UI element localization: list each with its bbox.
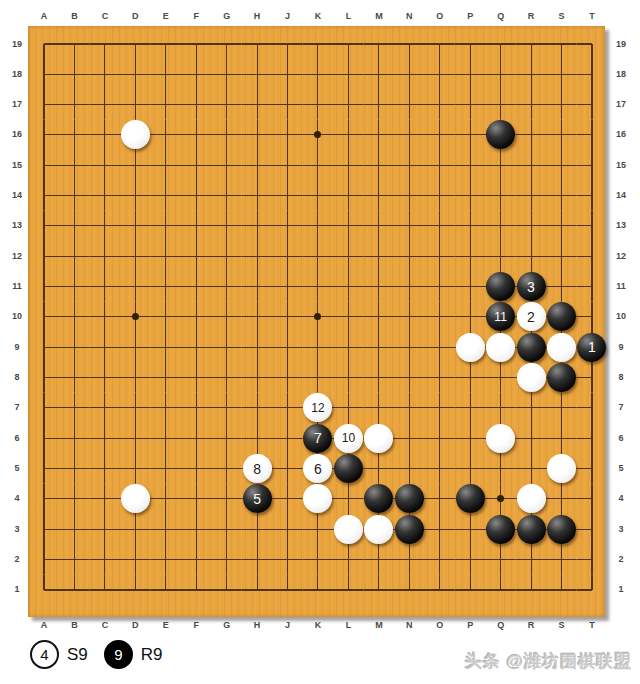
intersection-R6[interactable] [516,423,546,453]
intersection-F1[interactable] [181,575,211,605]
intersection-L10[interactable] [333,302,363,332]
intersection-S12[interactable] [546,241,576,271]
intersection-O19[interactable] [424,29,454,59]
intersection-O8[interactable] [424,362,454,392]
intersection-B12[interactable] [59,241,89,271]
intersection-F18[interactable] [181,59,211,89]
intersection-G18[interactable] [211,59,241,89]
intersection-S18[interactable] [546,59,576,89]
intersection-E1[interactable] [151,575,181,605]
intersection-H19[interactable] [242,29,272,59]
intersection-O17[interactable] [424,89,454,119]
intersection-G15[interactable] [211,150,241,180]
intersection-O11[interactable] [424,271,454,301]
intersection-Q12[interactable] [485,241,515,271]
intersection-D10[interactable] [120,302,150,332]
intersection-A17[interactable] [29,89,59,119]
intersection-P8[interactable] [455,362,485,392]
intersection-J17[interactable] [272,89,302,119]
intersection-P1[interactable] [455,575,485,605]
intersection-N13[interactable] [394,211,424,241]
intersection-T11[interactable] [577,271,607,301]
intersection-P18[interactable] [455,59,485,89]
intersection-P16[interactable] [455,120,485,150]
intersection-T4[interactable] [577,484,607,514]
intersection-P17[interactable] [455,89,485,119]
intersection-G12[interactable] [211,241,241,271]
intersection-G10[interactable] [211,302,241,332]
intersection-S16[interactable] [546,120,576,150]
intersection-H13[interactable] [242,211,272,241]
intersection-E16[interactable] [151,120,181,150]
intersection-N1[interactable] [394,575,424,605]
intersection-A18[interactable] [29,59,59,89]
intersection-E14[interactable] [151,180,181,210]
intersection-K14[interactable] [303,180,333,210]
intersection-M7[interactable] [364,393,394,423]
intersection-B19[interactable] [59,29,89,59]
intersection-E4[interactable] [151,484,181,514]
intersection-K17[interactable] [303,89,333,119]
intersection-D13[interactable] [120,211,150,241]
intersection-K15[interactable] [303,150,333,180]
intersection-Q10[interactable]: 11 [485,302,515,332]
intersection-J5[interactable] [272,453,302,483]
intersection-P2[interactable] [455,544,485,574]
intersection-B17[interactable] [59,89,89,119]
intersection-O3[interactable] [424,514,454,544]
intersection-K7[interactable]: 12 [303,393,333,423]
intersection-A3[interactable] [29,514,59,544]
intersection-N11[interactable] [394,271,424,301]
intersection-L18[interactable] [333,59,363,89]
intersection-G14[interactable] [211,180,241,210]
intersection-S2[interactable] [546,544,576,574]
intersection-M17[interactable] [364,89,394,119]
intersection-S13[interactable] [546,211,576,241]
intersection-S4[interactable] [546,484,576,514]
intersection-C12[interactable] [90,241,120,271]
intersection-F15[interactable] [181,150,211,180]
intersection-N17[interactable] [394,89,424,119]
intersection-G6[interactable] [211,423,241,453]
intersection-P10[interactable] [455,302,485,332]
intersection-N19[interactable] [394,29,424,59]
intersection-D18[interactable] [120,59,150,89]
intersection-F13[interactable] [181,211,211,241]
intersection-O1[interactable] [424,575,454,605]
intersection-L1[interactable] [333,575,363,605]
intersection-L19[interactable] [333,29,363,59]
intersection-O5[interactable] [424,453,454,483]
intersection-O7[interactable] [424,393,454,423]
intersection-P15[interactable] [455,150,485,180]
intersection-M5[interactable] [364,453,394,483]
intersection-C1[interactable] [90,575,120,605]
intersection-R14[interactable] [516,180,546,210]
intersection-F4[interactable] [181,484,211,514]
intersection-C16[interactable] [90,120,120,150]
intersection-J2[interactable] [272,544,302,574]
intersection-S5[interactable] [546,453,576,483]
intersection-D11[interactable] [120,271,150,301]
intersection-O16[interactable] [424,120,454,150]
intersection-J4[interactable] [272,484,302,514]
intersection-D19[interactable] [120,29,150,59]
intersection-O10[interactable] [424,302,454,332]
intersection-L4[interactable] [333,484,363,514]
intersection-E3[interactable] [151,514,181,544]
intersection-N12[interactable] [394,241,424,271]
intersection-M6[interactable] [364,423,394,453]
intersection-R7[interactable] [516,393,546,423]
intersection-F16[interactable] [181,120,211,150]
intersection-Q2[interactable] [485,544,515,574]
intersection-B8[interactable] [59,362,89,392]
intersection-B4[interactable] [59,484,89,514]
intersection-B15[interactable] [59,150,89,180]
intersection-S7[interactable] [546,393,576,423]
intersection-F5[interactable] [181,453,211,483]
intersection-O12[interactable] [424,241,454,271]
intersection-K8[interactable] [303,362,333,392]
intersection-T15[interactable] [577,150,607,180]
intersection-J16[interactable] [272,120,302,150]
intersection-B16[interactable] [59,120,89,150]
intersection-E6[interactable] [151,423,181,453]
intersection-A5[interactable] [29,453,59,483]
intersection-C7[interactable] [90,393,120,423]
intersection-G7[interactable] [211,393,241,423]
intersection-O4[interactable] [424,484,454,514]
intersection-K19[interactable] [303,29,333,59]
intersection-L14[interactable] [333,180,363,210]
intersection-G5[interactable] [211,453,241,483]
intersection-M1[interactable] [364,575,394,605]
intersection-L13[interactable] [333,211,363,241]
intersection-H3[interactable] [242,514,272,544]
intersection-T10[interactable] [577,302,607,332]
intersection-D12[interactable] [120,241,150,271]
intersection-G3[interactable] [211,514,241,544]
intersection-Q19[interactable] [485,29,515,59]
intersection-J18[interactable] [272,59,302,89]
intersection-S15[interactable] [546,150,576,180]
intersection-L16[interactable] [333,120,363,150]
intersection-H11[interactable] [242,271,272,301]
intersection-D8[interactable] [120,362,150,392]
intersection-T1[interactable] [577,575,607,605]
intersection-N8[interactable] [394,362,424,392]
intersection-F17[interactable] [181,89,211,119]
intersection-B7[interactable] [59,393,89,423]
intersection-O2[interactable] [424,544,454,574]
intersection-T5[interactable] [577,453,607,483]
intersection-O9[interactable] [424,332,454,362]
intersection-T18[interactable] [577,59,607,89]
intersection-D9[interactable] [120,332,150,362]
intersection-Q14[interactable] [485,180,515,210]
intersection-A12[interactable] [29,241,59,271]
intersection-N6[interactable] [394,423,424,453]
intersection-S11[interactable] [546,271,576,301]
intersection-J15[interactable] [272,150,302,180]
intersection-S6[interactable] [546,423,576,453]
intersection-C11[interactable] [90,271,120,301]
intersection-M16[interactable] [364,120,394,150]
intersection-E17[interactable] [151,89,181,119]
intersection-B1[interactable] [59,575,89,605]
intersection-R3[interactable] [516,514,546,544]
intersection-Q18[interactable] [485,59,515,89]
intersection-H7[interactable] [242,393,272,423]
intersection-S9[interactable] [546,332,576,362]
intersection-K4[interactable] [303,484,333,514]
intersection-F9[interactable] [181,332,211,362]
intersection-R8[interactable] [516,362,546,392]
intersection-A14[interactable] [29,180,59,210]
intersection-R15[interactable] [516,150,546,180]
intersection-N4[interactable] [394,484,424,514]
intersection-L6[interactable]: 10 [333,423,363,453]
intersection-C10[interactable] [90,302,120,332]
intersection-C13[interactable] [90,211,120,241]
intersection-L3[interactable] [333,514,363,544]
intersection-N3[interactable] [394,514,424,544]
intersection-R2[interactable] [516,544,546,574]
intersection-G4[interactable] [211,484,241,514]
intersection-H6[interactable] [242,423,272,453]
intersection-P4[interactable] [455,484,485,514]
intersection-D7[interactable] [120,393,150,423]
intersection-M4[interactable] [364,484,394,514]
intersection-J19[interactable] [272,29,302,59]
intersection-J13[interactable] [272,211,302,241]
intersection-N9[interactable] [394,332,424,362]
intersection-H16[interactable] [242,120,272,150]
intersection-B2[interactable] [59,544,89,574]
intersection-Q5[interactable] [485,453,515,483]
intersection-F3[interactable] [181,514,211,544]
intersection-E12[interactable] [151,241,181,271]
intersection-C5[interactable] [90,453,120,483]
intersection-Q4[interactable] [485,484,515,514]
intersection-B9[interactable] [59,332,89,362]
intersection-D3[interactable] [120,514,150,544]
intersection-F12[interactable] [181,241,211,271]
intersection-F2[interactable] [181,544,211,574]
intersection-K1[interactable] [303,575,333,605]
intersection-H1[interactable] [242,575,272,605]
intersection-K18[interactable] [303,59,333,89]
intersection-C9[interactable] [90,332,120,362]
intersection-G17[interactable] [211,89,241,119]
intersection-C4[interactable] [90,484,120,514]
intersection-R19[interactable] [516,29,546,59]
intersection-P12[interactable] [455,241,485,271]
intersection-Q13[interactable] [485,211,515,241]
intersection-K9[interactable] [303,332,333,362]
intersection-K3[interactable] [303,514,333,544]
intersection-J11[interactable] [272,271,302,301]
intersection-F7[interactable] [181,393,211,423]
intersection-A7[interactable] [29,393,59,423]
intersection-T9[interactable]: 1 [577,332,607,362]
intersection-N5[interactable] [394,453,424,483]
intersection-Q11[interactable] [485,271,515,301]
intersection-A11[interactable] [29,271,59,301]
intersection-M10[interactable] [364,302,394,332]
intersection-J10[interactable] [272,302,302,332]
intersection-R1[interactable] [516,575,546,605]
intersection-M15[interactable] [364,150,394,180]
intersection-F8[interactable] [181,362,211,392]
intersection-J12[interactable] [272,241,302,271]
intersection-S10[interactable] [546,302,576,332]
intersection-D17[interactable] [120,89,150,119]
intersection-E5[interactable] [151,453,181,483]
intersection-Q7[interactable] [485,393,515,423]
intersection-S1[interactable] [546,575,576,605]
intersection-M3[interactable] [364,514,394,544]
intersection-H14[interactable] [242,180,272,210]
intersection-E19[interactable] [151,29,181,59]
intersection-E10[interactable] [151,302,181,332]
intersection-L9[interactable] [333,332,363,362]
intersection-E13[interactable] [151,211,181,241]
intersection-A19[interactable] [29,29,59,59]
intersection-E8[interactable] [151,362,181,392]
intersection-T14[interactable] [577,180,607,210]
intersection-F11[interactable] [181,271,211,301]
intersection-R5[interactable] [516,453,546,483]
intersection-G11[interactable] [211,271,241,301]
intersection-N18[interactable] [394,59,424,89]
intersection-A9[interactable] [29,332,59,362]
intersection-T12[interactable] [577,241,607,271]
intersection-O13[interactable] [424,211,454,241]
intersection-N7[interactable] [394,393,424,423]
intersection-R16[interactable] [516,120,546,150]
intersection-E18[interactable] [151,59,181,89]
intersection-H2[interactable] [242,544,272,574]
intersection-J14[interactable] [272,180,302,210]
intersection-B5[interactable] [59,453,89,483]
intersection-D2[interactable] [120,544,150,574]
intersection-J3[interactable] [272,514,302,544]
intersection-Q15[interactable] [485,150,515,180]
intersection-B10[interactable] [59,302,89,332]
intersection-M14[interactable] [364,180,394,210]
intersection-E9[interactable] [151,332,181,362]
intersection-A1[interactable] [29,575,59,605]
intersection-L17[interactable] [333,89,363,119]
intersection-K10[interactable] [303,302,333,332]
intersection-T3[interactable] [577,514,607,544]
intersection-R18[interactable] [516,59,546,89]
intersection-P9[interactable] [455,332,485,362]
intersection-T6[interactable] [577,423,607,453]
intersection-M18[interactable] [364,59,394,89]
intersection-F19[interactable] [181,29,211,59]
intersection-K11[interactable] [303,271,333,301]
intersection-A13[interactable] [29,211,59,241]
intersection-O14[interactable] [424,180,454,210]
intersection-R17[interactable] [516,89,546,119]
intersection-A15[interactable] [29,150,59,180]
intersection-G1[interactable] [211,575,241,605]
intersection-S8[interactable] [546,362,576,392]
intersection-B13[interactable] [59,211,89,241]
intersection-K13[interactable] [303,211,333,241]
intersection-Q8[interactable] [485,362,515,392]
intersection-C14[interactable] [90,180,120,210]
intersection-L12[interactable] [333,241,363,271]
intersection-S17[interactable] [546,89,576,119]
intersection-D1[interactable] [120,575,150,605]
intersection-T7[interactable] [577,393,607,423]
intersection-H9[interactable] [242,332,272,362]
intersection-C2[interactable] [90,544,120,574]
intersection-S3[interactable] [546,514,576,544]
intersection-N14[interactable] [394,180,424,210]
intersection-Q9[interactable] [485,332,515,362]
intersection-P7[interactable] [455,393,485,423]
intersection-C17[interactable] [90,89,120,119]
intersection-T13[interactable] [577,211,607,241]
intersection-G19[interactable] [211,29,241,59]
intersection-Q17[interactable] [485,89,515,119]
intersection-F14[interactable] [181,180,211,210]
intersection-J9[interactable] [272,332,302,362]
intersection-T19[interactable] [577,29,607,59]
intersection-L15[interactable] [333,150,363,180]
intersection-K12[interactable] [303,241,333,271]
intersection-H12[interactable] [242,241,272,271]
intersection-O15[interactable] [424,150,454,180]
intersection-P3[interactable] [455,514,485,544]
intersection-T2[interactable] [577,544,607,574]
intersection-H5[interactable]: 8 [242,453,272,483]
intersection-L7[interactable] [333,393,363,423]
intersection-A10[interactable] [29,302,59,332]
intersection-G9[interactable] [211,332,241,362]
intersection-E7[interactable] [151,393,181,423]
intersection-L2[interactable] [333,544,363,574]
intersection-T16[interactable] [577,120,607,150]
intersection-D15[interactable] [120,150,150,180]
intersection-E11[interactable] [151,271,181,301]
intersection-B14[interactable] [59,180,89,210]
intersection-M19[interactable] [364,29,394,59]
intersection-H8[interactable] [242,362,272,392]
intersection-R10[interactable]: 2 [516,302,546,332]
intersection-M12[interactable] [364,241,394,271]
intersection-C6[interactable] [90,423,120,453]
intersection-N10[interactable] [394,302,424,332]
intersection-H18[interactable] [242,59,272,89]
intersection-Q6[interactable] [485,423,515,453]
intersection-B11[interactable] [59,271,89,301]
intersection-B3[interactable] [59,514,89,544]
intersection-P14[interactable] [455,180,485,210]
intersection-D6[interactable] [120,423,150,453]
intersection-F10[interactable] [181,302,211,332]
intersection-M11[interactable] [364,271,394,301]
intersection-E2[interactable] [151,544,181,574]
intersection-H17[interactable] [242,89,272,119]
intersection-O18[interactable] [424,59,454,89]
